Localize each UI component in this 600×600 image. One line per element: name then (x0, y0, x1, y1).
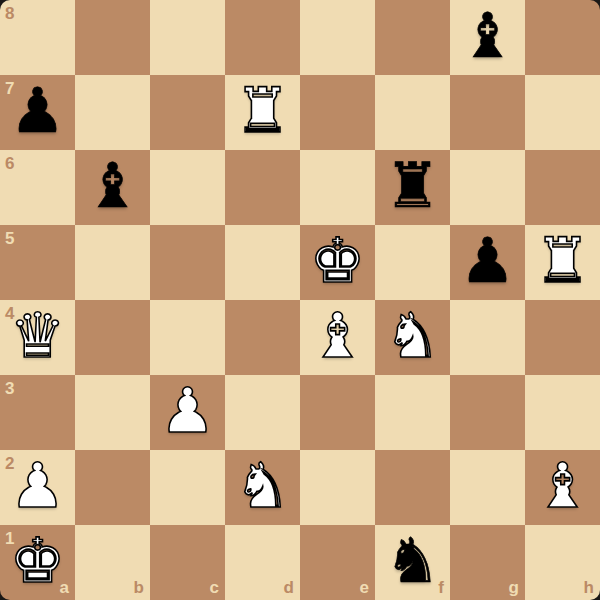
rank-label-5: 5 (5, 230, 14, 247)
square-c2[interactable] (150, 450, 225, 525)
square-b3[interactable] (75, 375, 150, 450)
square-f1[interactable]: f♞ (375, 525, 450, 600)
square-c4[interactable] (150, 300, 225, 375)
square-g7[interactable] (450, 75, 525, 150)
square-b1[interactable]: b (75, 525, 150, 600)
square-b6[interactable]: ♝ (75, 150, 150, 225)
square-c8[interactable] (150, 0, 225, 75)
square-g3[interactable] (450, 375, 525, 450)
square-b8[interactable] (75, 0, 150, 75)
square-b2[interactable] (75, 450, 150, 525)
file-label-c: c (210, 579, 219, 596)
square-e8[interactable] (300, 0, 375, 75)
square-a6[interactable]: 6 (0, 150, 75, 225)
square-f2[interactable] (375, 450, 450, 525)
square-c3[interactable]: ♟ (150, 375, 225, 450)
square-f6[interactable]: ♜ (375, 150, 450, 225)
square-b5[interactable] (75, 225, 150, 300)
white-bishop-icon[interactable]: ♝ (535, 448, 591, 523)
file-label-h: h (584, 579, 594, 596)
square-e5[interactable]: ♚ (300, 225, 375, 300)
square-f3[interactable] (375, 375, 450, 450)
square-c7[interactable] (150, 75, 225, 150)
file-label-d: d (284, 579, 294, 596)
rank-label-3: 3 (5, 380, 14, 397)
black-bishop-icon[interactable]: ♝ (85, 148, 141, 223)
square-d1[interactable]: d (225, 525, 300, 600)
file-label-e: e (360, 579, 369, 596)
square-h7[interactable] (525, 75, 600, 150)
square-c5[interactable] (150, 225, 225, 300)
black-bishop-icon[interactable]: ♝ (460, 0, 516, 73)
square-g8[interactable]: ♝ (450, 0, 525, 75)
square-d2[interactable]: ♞ (225, 450, 300, 525)
square-f8[interactable] (375, 0, 450, 75)
square-g5[interactable]: ♟ (450, 225, 525, 300)
white-knight-icon[interactable]: ♞ (385, 298, 441, 373)
file-label-b: b (134, 579, 144, 596)
square-h1[interactable]: h (525, 525, 600, 600)
square-b7[interactable] (75, 75, 150, 150)
square-h5[interactable]: ♜ (525, 225, 600, 300)
square-d8[interactable] (225, 0, 300, 75)
square-h2[interactable]: ♝ (525, 450, 600, 525)
square-a8[interactable]: 8 (0, 0, 75, 75)
white-king-icon[interactable]: ♚ (310, 223, 366, 298)
square-a1[interactable]: 1a♚ (0, 525, 75, 600)
white-pawn-icon[interactable]: ♟ (10, 448, 66, 523)
square-g4[interactable] (450, 300, 525, 375)
square-f5[interactable] (375, 225, 450, 300)
square-a2[interactable]: 2♟ (0, 450, 75, 525)
square-a3[interactable]: 3 (0, 375, 75, 450)
square-e3[interactable] (300, 375, 375, 450)
square-g2[interactable] (450, 450, 525, 525)
square-d4[interactable] (225, 300, 300, 375)
rank-label-6: 6 (5, 155, 14, 172)
square-f7[interactable] (375, 75, 450, 150)
square-d3[interactable] (225, 375, 300, 450)
square-a7[interactable]: 7♟ (0, 75, 75, 150)
square-h3[interactable] (525, 375, 600, 450)
square-d5[interactable] (225, 225, 300, 300)
white-pawn-icon[interactable]: ♟ (160, 373, 216, 448)
white-rook-icon[interactable]: ♜ (235, 73, 291, 148)
square-g6[interactable] (450, 150, 525, 225)
square-d6[interactable] (225, 150, 300, 225)
square-e7[interactable] (300, 75, 375, 150)
square-h8[interactable] (525, 0, 600, 75)
square-d7[interactable]: ♜ (225, 75, 300, 150)
white-bishop-icon[interactable]: ♝ (310, 298, 366, 373)
square-e1[interactable]: e (300, 525, 375, 600)
chess-board: 8♝7♟♜6♝♜5♚♟♜4♛♝♞3♟2♟♞♝1a♚bcdef♞gh (0, 0, 600, 600)
white-queen-icon[interactable]: ♛ (10, 298, 66, 373)
black-pawn-icon[interactable]: ♟ (10, 73, 66, 148)
rank-label-8: 8 (5, 5, 14, 22)
file-label-g: g (509, 579, 519, 596)
square-e4[interactable]: ♝ (300, 300, 375, 375)
white-king-icon[interactable]: ♚ (10, 523, 66, 598)
square-c6[interactable] (150, 150, 225, 225)
square-a4[interactable]: 4♛ (0, 300, 75, 375)
white-rook-icon[interactable]: ♜ (535, 223, 591, 298)
black-pawn-icon[interactable]: ♟ (460, 223, 516, 298)
square-e6[interactable] (300, 150, 375, 225)
black-rook-icon[interactable]: ♜ (385, 148, 441, 223)
square-h4[interactable] (525, 300, 600, 375)
square-g1[interactable]: g (450, 525, 525, 600)
square-f4[interactable]: ♞ (375, 300, 450, 375)
white-knight-icon[interactable]: ♞ (235, 448, 291, 523)
square-a5[interactable]: 5 (0, 225, 75, 300)
square-c1[interactable]: c (150, 525, 225, 600)
square-e2[interactable] (300, 450, 375, 525)
square-h6[interactable] (525, 150, 600, 225)
black-knight-icon[interactable]: ♞ (385, 523, 441, 598)
square-b4[interactable] (75, 300, 150, 375)
